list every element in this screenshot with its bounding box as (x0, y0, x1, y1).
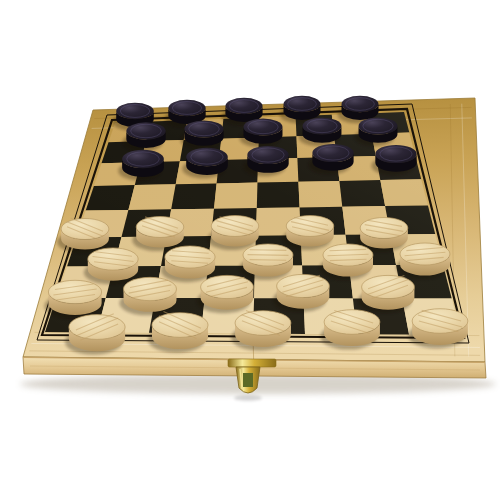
checker-light-13 (197, 275, 254, 313)
checkers-board-scene (0, 0, 500, 500)
checker-light-11 (44, 280, 101, 318)
checker-light-12 (119, 277, 176, 315)
checker-light-4 (282, 216, 334, 250)
piece-top (375, 145, 416, 163)
piece-top (126, 122, 165, 139)
piece-top (247, 146, 288, 164)
checker-light-2 (132, 216, 184, 251)
checker-dark-15 (371, 145, 416, 175)
checker-light-14 (273, 274, 330, 312)
checker-light-18 (231, 310, 291, 351)
piece-top (359, 117, 398, 134)
piece-top (116, 103, 154, 120)
checker-light-6 (84, 248, 138, 284)
piece-top (168, 100, 205, 116)
piece-top (244, 118, 283, 135)
checker-light-15 (358, 275, 415, 314)
piece-top (312, 144, 353, 162)
checker-dark-12 (182, 148, 227, 178)
piece-top (122, 150, 164, 168)
piece-top (186, 148, 228, 166)
piece-top (184, 120, 223, 137)
checker-light-7 (161, 246, 215, 282)
piece-top (225, 98, 262, 114)
checker-light-19 (320, 310, 380, 350)
piece-top (342, 96, 379, 112)
checker-light-9 (319, 244, 373, 280)
piece-top (284, 96, 321, 112)
clasp-hole (243, 373, 253, 387)
piece-top (303, 117, 342, 134)
checker-dark-14 (308, 144, 353, 174)
checker-light-10 (396, 243, 450, 279)
checker-light-8 (239, 244, 293, 280)
clasp-plate (228, 359, 276, 367)
checker-dark-11 (118, 150, 164, 181)
checker-dark-13 (243, 146, 288, 176)
checker-light-3 (207, 216, 259, 250)
checker-light-20 (408, 309, 468, 349)
product-photo (0, 0, 500, 500)
